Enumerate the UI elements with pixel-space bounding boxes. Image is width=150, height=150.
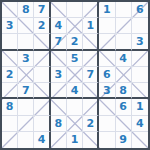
- cell-r3c2[interactable]: [18, 34, 34, 50]
- cell-r3c9[interactable]: 3: [132, 34, 148, 50]
- cell-r2c5[interactable]: [67, 18, 83, 34]
- given-digit: 7: [54, 36, 62, 47]
- cell-r6c4[interactable]: [51, 83, 67, 99]
- cell-r5c1[interactable]: 2: [2, 67, 18, 83]
- given-digit: 8: [119, 85, 127, 96]
- cell-r6c7[interactable]: 3: [99, 83, 115, 99]
- cell-r8c5[interactable]: [67, 116, 83, 132]
- cell-r9c1[interactable]: [2, 132, 18, 148]
- cell-r3c1[interactable]: [2, 34, 18, 50]
- cell-r9c8[interactable]: 9: [116, 132, 132, 148]
- cell-r2c2[interactable]: [18, 18, 34, 34]
- cell-r7c7[interactable]: [99, 99, 115, 115]
- given-digit: 8: [22, 4, 30, 15]
- given-digit: 9: [119, 134, 127, 145]
- cell-r8c7[interactable]: [99, 116, 115, 132]
- given-digit: 1: [136, 101, 144, 112]
- cell-r8c9[interactable]: 4: [132, 116, 148, 132]
- cell-r4c2[interactable]: 3: [18, 51, 34, 67]
- cell-r5c8[interactable]: [116, 67, 132, 83]
- cell-r9c6[interactable]: [83, 132, 99, 148]
- given-digit: 2: [6, 69, 14, 80]
- given-digit: 3: [136, 36, 144, 47]
- cell-r1c9[interactable]: 6: [132, 2, 148, 18]
- cell-r7c2[interactable]: [18, 99, 34, 115]
- cell-r4c7[interactable]: [99, 51, 115, 67]
- cell-r5c3[interactable]: [34, 67, 50, 83]
- cell-r7c1[interactable]: 8: [2, 99, 18, 115]
- given-digit: 4: [71, 85, 79, 96]
- given-digit: 2: [86, 118, 94, 129]
- cell-r4c8[interactable]: 4: [116, 51, 132, 67]
- given-digit: 6: [119, 101, 127, 112]
- given-digit: 5: [71, 53, 79, 64]
- cell-r9c3[interactable]: 4: [34, 132, 50, 148]
- cell-r4c9[interactable]: [132, 51, 148, 67]
- given-digit: 3: [22, 53, 30, 64]
- cell-r7c5[interactable]: [67, 99, 83, 115]
- given-digit: 7: [22, 85, 30, 96]
- given-digit: 4: [54, 20, 62, 31]
- cell-r1c1[interactable]: [2, 2, 18, 18]
- cell-r2c4[interactable]: 4: [51, 18, 67, 34]
- cell-r3c6[interactable]: [83, 34, 99, 50]
- cell-r1c6[interactable]: [83, 2, 99, 18]
- given-digit: 4: [38, 134, 46, 145]
- cell-r8c1[interactable]: [2, 116, 18, 132]
- given-digit: 1: [103, 4, 111, 15]
- cell-r1c7[interactable]: 1: [99, 2, 115, 18]
- sudoku-cells: 8716324172335423767438861824419: [2, 2, 148, 148]
- cell-r7c8[interactable]: 6: [116, 99, 132, 115]
- cell-r6c6[interactable]: [83, 83, 99, 99]
- given-digit: 6: [103, 69, 111, 80]
- cell-r8c8[interactable]: [116, 116, 132, 132]
- cell-r1c2[interactable]: 8: [18, 2, 34, 18]
- cell-r2c6[interactable]: 1: [83, 18, 99, 34]
- cell-r5c7[interactable]: 6: [99, 67, 115, 83]
- cell-r7c6[interactable]: [83, 99, 99, 115]
- cell-r3c4[interactable]: 7: [51, 34, 67, 50]
- cell-r7c9[interactable]: 1: [132, 99, 148, 115]
- cell-r6c5[interactable]: 4: [67, 83, 83, 99]
- cell-r4c1[interactable]: [2, 51, 18, 67]
- given-digit: 3: [103, 85, 111, 96]
- given-digit: 8: [54, 118, 62, 129]
- cell-r8c4[interactable]: 8: [51, 116, 67, 132]
- cell-r3c7[interactable]: [99, 34, 115, 50]
- given-digit: 4: [119, 53, 127, 64]
- cell-r8c3[interactable]: [34, 116, 50, 132]
- given-digit: 6: [136, 4, 144, 15]
- cell-r1c3[interactable]: 7: [34, 2, 50, 18]
- cell-r7c3[interactable]: [34, 99, 50, 115]
- cell-r2c1[interactable]: 3: [2, 18, 18, 34]
- cell-r6c1[interactable]: [2, 83, 18, 99]
- cell-r5c9[interactable]: [132, 67, 148, 83]
- cell-r6c3[interactable]: [34, 83, 50, 99]
- cell-r1c5[interactable]: [67, 2, 83, 18]
- cell-r4c5[interactable]: 5: [67, 51, 83, 67]
- cell-r6c8[interactable]: 8: [116, 83, 132, 99]
- cell-r3c8[interactable]: [116, 34, 132, 50]
- cell-r6c9[interactable]: [132, 83, 148, 99]
- sudoku-board: 8716324172335423767438861824419: [0, 0, 150, 150]
- cell-r4c3[interactable]: [34, 51, 50, 67]
- cell-r9c5[interactable]: 1: [67, 132, 83, 148]
- cell-r2c7[interactable]: [99, 18, 115, 34]
- given-digit: 8: [6, 101, 14, 112]
- cell-r2c9[interactable]: [132, 18, 148, 34]
- cell-r9c9[interactable]: [132, 132, 148, 148]
- cell-r4c6[interactable]: [83, 51, 99, 67]
- given-digit: 2: [71, 36, 79, 47]
- given-digit: 4: [136, 118, 144, 129]
- given-digit: 1: [71, 134, 79, 145]
- cell-r1c8[interactable]: [116, 2, 132, 18]
- given-digit: 3: [54, 69, 62, 80]
- given-digit: 2: [38, 20, 46, 31]
- given-digit: 3: [6, 20, 14, 31]
- cell-r9c7[interactable]: [99, 132, 115, 148]
- given-digit: 1: [86, 20, 94, 31]
- cell-r3c5[interactable]: 2: [67, 34, 83, 50]
- cell-r5c6[interactable]: 7: [83, 67, 99, 83]
- cell-r9c4[interactable]: [51, 132, 67, 148]
- given-digit: 7: [38, 4, 46, 15]
- cell-r2c8[interactable]: [116, 18, 132, 34]
- given-digit: 7: [86, 69, 94, 80]
- cell-r5c4[interactable]: 3: [51, 67, 67, 83]
- cell-r5c2[interactable]: [18, 67, 34, 83]
- cell-r3c3[interactable]: [34, 34, 50, 50]
- cell-r7c4[interactable]: [51, 99, 67, 115]
- cell-r5c5[interactable]: [67, 67, 83, 83]
- cell-r9c2[interactable]: [18, 132, 34, 148]
- cell-r6c2[interactable]: 7: [18, 83, 34, 99]
- cell-r8c6[interactable]: 2: [83, 116, 99, 132]
- cell-r1c4[interactable]: [51, 2, 67, 18]
- cell-r4c4[interactable]: [51, 51, 67, 67]
- cell-r2c3[interactable]: 2: [34, 18, 50, 34]
- cell-r8c2[interactable]: [18, 116, 34, 132]
